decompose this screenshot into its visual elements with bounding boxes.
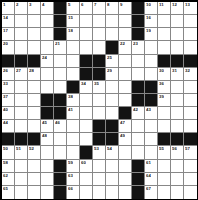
cell-r3c1[interactable]: 17 [2,28,15,41]
black-cell-r14c11 [132,173,145,186]
black-cell-r5c14 [171,55,184,68]
cell-r10c6[interactable] [67,120,80,133]
cell-r9c12[interactable]: 43 [145,107,158,120]
black-cell-r11c14 [171,133,184,146]
black-cell-r5c2 [15,55,28,68]
clue-number: 9 [120,2,122,6]
black-cell-r5c15 [184,55,197,68]
clue-number: 62 [3,173,8,177]
cell-r1c12[interactable]: 10 [145,2,158,15]
cell-r12c10[interactable] [119,146,132,159]
crossword-board: 1234567891011121314151617181920212223242… [0,0,198,200]
cell-r6c12[interactable] [145,68,158,81]
black-cell-r13c11 [132,160,145,173]
cell-r9c3[interactable] [28,107,41,120]
clue-number: 29 [107,68,112,72]
cell-r15c10[interactable] [119,186,132,199]
clue-number: 60 [81,160,86,164]
cell-r8c7[interactable] [80,94,93,107]
clue-number: 47 [120,120,125,124]
clue-number: 53 [94,146,99,150]
cell-r11c12[interactable] [145,133,158,146]
clue-number: 8 [107,2,109,6]
cell-r7c10[interactable] [119,81,132,94]
clue-number: 20 [3,41,8,45]
cell-r11c7[interactable] [80,133,93,146]
black-cell-r11c1 [2,133,15,146]
cell-r1c8[interactable]: 7 [93,2,106,15]
cell-r12c6[interactable] [67,146,80,159]
black-cell-r15c5 [54,186,67,199]
clue-number: 54 [107,146,112,150]
cell-r14c12[interactable]: 64 [145,173,158,186]
cell-r3c7[interactable] [80,28,93,41]
cell-r8c13[interactable]: 39 [158,94,171,107]
cell-r7c7[interactable]: 34 [80,81,93,94]
cell-r4c8[interactable] [93,41,106,54]
cell-r10c2[interactable] [15,120,28,133]
cell-r14c2[interactable] [15,173,28,186]
cell-r5c11[interactable] [132,55,145,68]
cell-r15c14[interactable] [171,186,184,199]
black-cell-r11c13 [158,133,171,146]
cell-r12c1[interactable]: 50 [2,146,15,159]
cell-r2c7[interactable] [80,15,93,28]
cell-r6c1[interactable]: 26 [2,68,15,81]
cell-r13c8[interactable] [93,160,106,173]
black-cell-r11c9 [106,133,119,146]
black-cell-r10c8 [93,120,106,133]
cell-r2c3[interactable] [28,15,41,28]
cell-r13c7[interactable]: 60 [80,160,93,173]
black-cell-r2c5 [54,15,67,28]
clue-number: 61 [146,160,151,164]
clue-number: 45 [42,120,47,124]
cell-r6c14[interactable]: 31 [171,68,184,81]
clue-number: 40 [3,107,8,111]
clue-number: 16 [146,15,151,19]
black-cell-r11c15 [184,133,197,146]
cell-r8c15[interactable] [184,94,197,107]
cell-r4c5[interactable]: 21 [54,41,67,54]
clue-number: 24 [42,55,47,59]
cell-r13c13[interactable] [158,160,171,173]
cell-r14c8[interactable] [93,173,106,186]
black-cell-r5c8 [93,55,106,68]
clue-number: 50 [3,146,8,150]
clue-number: 28 [29,68,34,72]
cell-r3c3[interactable] [28,28,41,41]
black-cell-r11c2 [15,133,28,146]
cell-r7c1[interactable]: 33 [2,81,15,94]
clue-number: 39 [159,94,164,98]
cell-r2c4[interactable] [41,15,54,28]
clue-number: 31 [172,68,177,72]
cell-r6c10[interactable] [119,68,132,81]
black-cell-r15c11 [132,186,145,199]
clue-number: 36 [159,81,164,85]
clue-number: 52 [29,146,34,150]
cell-r1c10[interactable]: 9 [119,2,132,15]
cell-r2c6[interactable]: 15 [67,15,80,28]
cell-r10c3[interactable] [28,120,41,133]
cell-r1c15[interactable]: 13 [184,2,197,15]
black-cell-r1c11 [132,2,145,15]
cell-r14c10[interactable] [119,173,132,186]
cell-r1c6[interactable]: 5 [67,2,80,15]
cell-r12c8[interactable]: 53 [93,146,106,159]
cell-r7c8[interactable]: 35 [93,81,106,94]
clue-number: 46 [55,120,60,124]
cell-r9c9[interactable] [106,107,119,120]
clue-number: 67 [146,186,151,190]
cell-r4c15[interactable] [184,41,197,54]
clue-number: 5 [68,2,70,6]
cell-r12c9[interactable]: 54 [106,146,119,159]
cell-r4c2[interactable] [15,41,28,54]
clue-number: 13 [185,2,190,6]
clue-number: 56 [172,146,177,150]
cell-r13c10[interactable] [119,160,132,173]
clue-number: 23 [133,41,138,45]
black-cell-r1c5 [54,2,67,15]
cell-r14c13[interactable] [158,173,171,186]
cell-r10c7[interactable] [80,120,93,133]
cell-r13c1[interactable]: 58 [2,160,15,173]
black-cell-r5c3 [28,55,41,68]
cell-r9c2[interactable] [15,107,28,120]
clue-number: 48 [42,133,47,137]
cell-r2c15[interactable] [184,15,197,28]
cell-r11c5[interactable] [54,133,67,146]
cell-r13c4[interactable] [41,160,54,173]
cell-r11c4[interactable]: 48 [41,133,54,146]
cell-r12c15[interactable]: 57 [184,146,197,159]
cell-r8c9[interactable] [106,94,119,107]
cell-r9c13[interactable] [158,107,171,120]
cell-r7c14[interactable] [171,81,184,94]
clue-number: 59 [68,160,73,164]
cell-r5c5[interactable] [54,55,67,68]
cell-r3c6[interactable]: 18 [67,28,80,41]
cell-r2c12[interactable]: 16 [145,15,158,28]
black-cell-r3c11 [132,28,145,41]
cell-r12c13[interactable]: 55 [158,146,171,159]
clue-number: 41 [68,107,73,111]
cell-r4c13[interactable] [158,41,171,54]
cell-r6c2[interactable]: 27 [15,68,28,81]
cell-r10c13[interactable] [158,120,171,133]
cell-r4c11[interactable]: 23 [132,41,145,54]
cell-r1c1[interactable]: 1 [2,2,15,15]
cell-r1c9[interactable]: 8 [106,2,119,15]
clue-number: 17 [3,28,8,32]
cell-r4c14[interactable] [171,41,184,54]
cell-r15c12[interactable]: 67 [145,186,158,199]
black-cell-r4c9 [106,41,119,54]
cell-r2c14[interactable] [171,15,184,28]
cell-r13c15[interactable] [184,160,197,173]
cell-r1c13[interactable]: 11 [158,2,171,15]
cell-r1c2[interactable]: 2 [15,2,28,15]
clue-number: 3 [29,2,31,6]
cell-r10c15[interactable] [184,120,197,133]
cell-r6c4[interactable] [41,68,54,81]
black-cell-r12c7 [80,146,93,159]
clue-number: 11 [159,2,164,6]
clue-number: 1 [3,2,5,6]
clue-number: 2 [16,2,18,6]
clue-number: 19 [146,28,151,32]
clue-number: 7 [94,2,96,6]
clue-number: 18 [68,28,73,32]
cell-r2c13[interactable] [158,15,171,28]
cell-r3c9[interactable] [106,28,119,41]
cell-r4c7[interactable] [80,41,93,54]
clue-number: 37 [3,94,8,98]
cell-r2c2[interactable] [15,15,28,28]
black-cell-r5c1 [2,55,15,68]
cell-r10c4[interactable]: 45 [41,120,54,133]
cell-r7c4[interactable] [41,81,54,94]
cell-r2c8[interactable] [93,15,106,28]
cell-r3c14[interactable] [171,28,184,41]
cell-r7c2[interactable] [15,81,28,94]
cell-r6c9[interactable]: 29 [106,68,119,81]
clue-number: 49 [120,133,125,137]
cell-r5c9[interactable]: 25 [106,55,119,68]
cell-r2c1[interactable]: 14 [2,15,15,28]
cell-r11c10[interactable]: 49 [119,133,132,146]
cell-r7c3[interactable] [28,81,41,94]
cell-r4c12[interactable] [145,41,158,54]
cell-r6c15[interactable]: 32 [184,68,197,81]
cell-r4c1[interactable]: 20 [2,41,15,54]
clue-number: 35 [94,81,99,85]
clue-number: 12 [172,2,177,6]
cell-r1c3[interactable]: 3 [28,2,41,15]
cell-r8c10[interactable] [119,94,132,107]
black-cell-r7c11 [132,81,145,94]
black-cell-r13c5 [54,160,67,173]
black-cell-r9c10 [119,107,132,120]
clue-number: 26 [3,68,8,72]
cell-r13c6[interactable]: 59 [67,160,80,173]
black-cell-r8c5 [54,94,67,107]
cell-r6c5[interactable] [54,68,67,81]
cell-r3c12[interactable]: 19 [145,28,158,41]
cell-r13c9[interactable] [106,160,119,173]
black-cell-r3c5 [54,28,67,41]
cell-r11c11[interactable] [132,133,145,146]
clue-number: 14 [3,15,8,19]
cell-r1c4[interactable]: 4 [41,2,54,15]
cell-r14c4[interactable] [41,173,54,186]
cell-r8c2[interactable] [15,94,28,107]
black-cell-r9c5 [54,107,67,120]
black-cell-r11c8 [93,133,106,146]
cell-r15c13[interactable] [158,186,171,199]
clue-number: 51 [16,146,21,150]
cell-r13c14[interactable] [171,160,184,173]
cell-r12c2[interactable]: 51 [15,146,28,159]
clue-number: 21 [55,41,60,45]
cell-r3c10[interactable] [119,28,132,41]
cell-r13c2[interactable] [15,160,28,173]
cell-r15c3[interactable] [28,186,41,199]
cell-r9c6[interactable]: 41 [67,107,80,120]
clue-number: 55 [159,146,164,150]
cell-r7c9[interactable] [106,81,119,94]
cell-r14c7[interactable] [80,173,93,186]
cell-r15c8[interactable] [93,186,106,199]
black-cell-r2c11 [132,15,145,28]
cell-r9c7[interactable] [80,107,93,120]
cell-r3c8[interactable] [93,28,106,41]
cell-r14c9[interactable] [106,173,119,186]
black-cell-r8c4 [41,94,54,107]
cell-r15c4[interactable] [41,186,54,199]
clue-number: 10 [146,2,151,6]
black-cell-r8c12 [145,94,158,107]
cell-r3c15[interactable] [184,28,197,41]
cell-r5c10[interactable] [119,55,132,68]
cell-r14c14[interactable] [171,173,184,186]
cell-r14c3[interactable] [28,173,41,186]
cell-r14c6[interactable]: 63 [67,173,80,186]
cell-r13c3[interactable] [28,160,41,173]
black-cell-r6c7 [80,68,93,81]
cell-r12c12[interactable] [145,146,158,159]
clue-number: 34 [81,81,86,85]
clue-number: 65 [3,186,8,190]
clue-number: 63 [68,173,73,177]
cell-r3c13[interactable] [158,28,171,41]
cell-r3c4[interactable] [41,28,54,41]
cell-r12c11[interactable] [132,146,145,159]
black-cell-r6c8 [93,68,106,81]
cell-r14c1[interactable]: 62 [2,173,15,186]
cell-r12c4[interactable] [41,146,54,159]
cell-r9c11[interactable]: 42 [132,107,145,120]
cell-r10c10[interactable]: 47 [119,120,132,133]
cell-r15c6[interactable]: 66 [67,186,80,199]
cell-r15c7[interactable] [80,186,93,199]
clue-number: 27 [16,68,21,72]
cell-r1c7[interactable]: 6 [80,2,93,15]
cell-r5c6[interactable] [67,55,80,68]
cell-r6c3[interactable]: 28 [28,68,41,81]
clue-number: 33 [3,81,8,85]
clue-number: 58 [3,160,8,164]
cell-r10c5[interactable]: 46 [54,120,67,133]
clue-number: 57 [185,146,190,150]
cell-r2c10[interactable] [119,15,132,28]
cell-r6c13[interactable]: 30 [158,68,171,81]
black-cell-r5c7 [80,55,93,68]
cell-r10c14[interactable] [171,120,184,133]
cell-r9c8[interactable] [93,107,106,120]
clue-number: 6 [81,2,83,6]
cell-r10c11[interactable] [132,120,145,133]
cell-r12c3[interactable]: 52 [28,146,41,159]
black-cell-r14c5 [54,173,67,186]
cell-r9c15[interactable] [184,107,197,120]
black-cell-r7c12 [145,81,158,94]
cell-r6c6[interactable] [67,68,80,81]
clue-number: 32 [185,68,190,72]
cell-r5c4[interactable]: 24 [41,55,54,68]
cell-r15c1[interactable]: 65 [2,186,15,199]
black-cell-r5c13 [158,55,171,68]
black-cell-r7c6 [67,81,80,94]
clue-number: 4 [42,2,44,6]
cell-r10c1[interactable]: 44 [2,120,15,133]
black-cell-r8c11 [132,94,145,107]
cell-r4c6[interactable] [67,41,80,54]
cell-r8c6[interactable]: 38 [67,94,80,107]
cell-r1c14[interactable]: 12 [171,2,184,15]
cell-r12c5[interactable] [54,146,67,159]
cell-r3c2[interactable] [15,28,28,41]
clue-number: 42 [133,107,138,111]
cell-r8c1[interactable]: 37 [2,94,15,107]
cell-r8c14[interactable] [171,94,184,107]
cell-r9c14[interactable] [171,107,184,120]
cell-r12c14[interactable]: 56 [171,146,184,159]
black-cell-r11c3 [28,133,41,146]
clue-number: 64 [146,173,151,177]
black-cell-r9c4 [41,107,54,120]
cell-r15c2[interactable] [15,186,28,199]
clue-number: 66 [68,186,73,190]
black-cell-r10c9 [106,120,119,133]
clue-number: 43 [146,107,151,111]
cell-r8c8[interactable] [93,94,106,107]
cell-r7c13[interactable]: 36 [158,81,171,94]
cell-r4c4[interactable] [41,41,54,54]
cell-r9c1[interactable]: 40 [2,107,15,120]
cell-r13c12[interactable]: 61 [145,160,158,173]
clue-number: 22 [120,41,125,45]
clue-number: 25 [107,55,112,59]
cell-r4c10[interactable]: 22 [119,41,132,54]
clue-number: 44 [3,120,8,124]
cell-r6c11[interactable] [132,68,145,81]
cell-r8c3[interactable] [28,94,41,107]
clue-number: 38 [68,94,73,98]
cell-r5c12[interactable] [145,55,158,68]
cell-r15c9[interactable] [106,186,119,199]
cell-r4c3[interactable] [28,41,41,54]
cell-r11c6[interactable] [67,133,80,146]
cell-r15c15[interactable] [184,186,197,199]
clue-number: 15 [68,15,73,19]
clue-number: 30 [159,68,164,72]
cell-r7c5[interactable] [54,81,67,94]
cell-r10c12[interactable] [145,120,158,133]
cell-r14c15[interactable] [184,173,197,186]
cell-r2c9[interactable] [106,15,119,28]
cell-r7c15[interactable] [184,81,197,94]
